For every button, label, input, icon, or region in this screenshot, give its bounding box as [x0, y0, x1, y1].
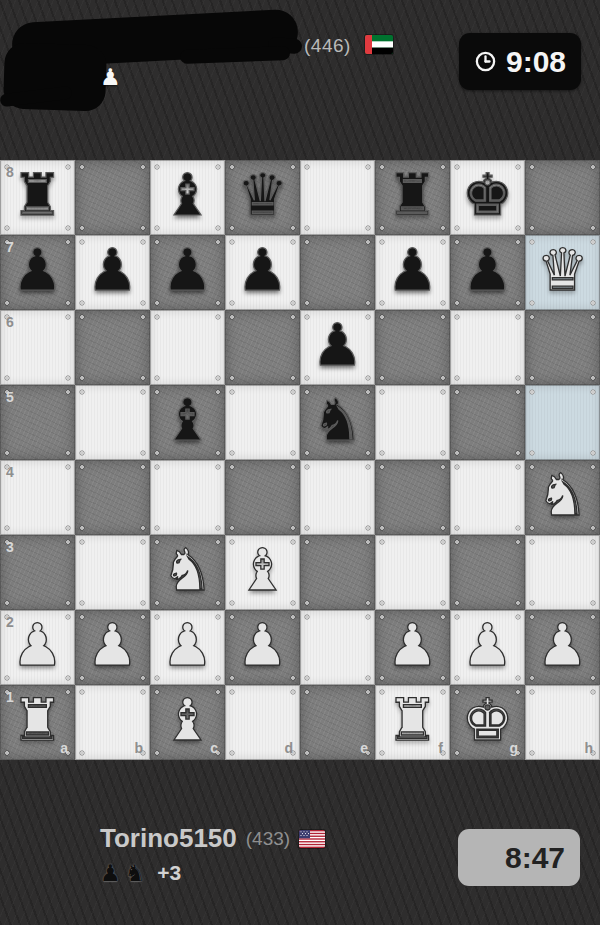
square-c1[interactable]: c♝	[150, 685, 225, 760]
material-advantage: +3	[157, 861, 181, 885]
square-e5[interactable]: ♞	[300, 385, 375, 460]
square-h1[interactable]: h	[525, 685, 600, 760]
top-player-rating: (446)	[304, 35, 351, 57]
piece-bp-g7[interactable]: ♟	[462, 241, 514, 299]
square-f8[interactable]: ♜	[375, 160, 450, 235]
clock-icon	[474, 50, 497, 73]
piece-wb-c1[interactable]: ♝	[162, 691, 214, 749]
square-c6[interactable]	[150, 310, 225, 385]
square-b4[interactable]	[75, 460, 150, 535]
square-b8[interactable]	[75, 160, 150, 235]
square-b5[interactable]	[75, 385, 150, 460]
square-d3[interactable]: ♝	[225, 535, 300, 610]
file-label-e: e	[360, 741, 368, 755]
piece-wb-d3[interactable]: ♝	[237, 541, 289, 599]
square-h8[interactable]	[525, 160, 600, 235]
piece-wk-g1[interactable]: ♚	[462, 691, 514, 749]
piece-bk-g8[interactable]: ♚	[462, 166, 514, 224]
piece-bb-c8[interactable]: ♝	[162, 166, 214, 224]
square-h5[interactable]	[525, 385, 600, 460]
bottom-player-clock[interactable]: 8:47	[458, 829, 580, 886]
square-e8[interactable]	[300, 160, 375, 235]
bottom-player-rating: (433)	[246, 828, 290, 850]
square-a3[interactable]: 3	[0, 535, 75, 610]
square-e1[interactable]: e	[300, 685, 375, 760]
rank-label-3: 3	[6, 540, 14, 554]
square-c7[interactable]: ♟	[150, 235, 225, 310]
piece-bp-e6[interactable]: ♟	[312, 316, 364, 374]
piece-bq-d8[interactable]: ♛	[237, 166, 289, 224]
captured-white-pawn-icon: ♟	[100, 64, 121, 90]
file-label-h: h	[584, 741, 593, 755]
square-g2[interactable]: ♟	[450, 610, 525, 685]
chess-board[interactable]: 8♜♝♛♜♚7♟♟♟♟♟♟♛6♟5♝♞4♞3♞♝2♟♟♟♟♟♟♟1a♜bc♝de…	[0, 160, 600, 760]
piece-br-f8[interactable]: ♜	[387, 166, 439, 224]
piece-wp-a2[interactable]: ♟	[12, 616, 64, 674]
square-c3[interactable]: ♞	[150, 535, 225, 610]
piece-wp-b2[interactable]: ♟	[87, 616, 139, 674]
piece-wr-f1[interactable]: ♜	[387, 691, 439, 749]
square-e7[interactable]	[300, 235, 375, 310]
square-d5[interactable]	[225, 385, 300, 460]
square-d4[interactable]	[225, 460, 300, 535]
piece-wq-h7[interactable]: ♛	[537, 241, 589, 299]
square-a5[interactable]: 5	[0, 385, 75, 460]
piece-wp-d2[interactable]: ♟	[237, 616, 289, 674]
piece-bb-c5[interactable]: ♝	[162, 391, 214, 449]
square-c4[interactable]	[150, 460, 225, 535]
us-flag-icon	[299, 830, 325, 848]
square-b1[interactable]: b	[75, 685, 150, 760]
top-player-bar: (446) ♟ 9:08	[0, 0, 600, 160]
square-g5[interactable]	[450, 385, 525, 460]
piece-wn-c3[interactable]: ♞	[162, 541, 214, 599]
square-f2[interactable]: ♟	[375, 610, 450, 685]
top-player-clock[interactable]: 9:08	[459, 33, 581, 90]
piece-bp-b7[interactable]: ♟	[87, 241, 139, 299]
square-b3[interactable]	[75, 535, 150, 610]
bottom-player-name[interactable]: Torino5150	[100, 823, 237, 854]
square-d6[interactable]	[225, 310, 300, 385]
square-a1[interactable]: 1a♜	[0, 685, 75, 760]
square-d7[interactable]: ♟	[225, 235, 300, 310]
captured-black-pawn-icon: ♟	[100, 860, 121, 886]
square-e6[interactable]: ♟	[300, 310, 375, 385]
top-clock-time: 9:08	[506, 45, 566, 79]
uae-flag-icon	[365, 35, 393, 54]
bottom-player-captured-row: ♟ ♞ +3	[100, 860, 181, 886]
piece-wp-h2[interactable]: ♟	[537, 616, 589, 674]
square-g6[interactable]	[450, 310, 525, 385]
square-d2[interactable]: ♟	[225, 610, 300, 685]
bottom-player-name-row: Torino5150 (433)	[100, 823, 325, 854]
square-f3[interactable]	[375, 535, 450, 610]
square-f1[interactable]: f♜	[375, 685, 450, 760]
piece-wp-f2[interactable]: ♟	[387, 616, 439, 674]
piece-wp-g2[interactable]: ♟	[462, 616, 514, 674]
bottom-player-bar: ♟ Torino5150 (433)	[0, 760, 600, 925]
square-g3[interactable]	[450, 535, 525, 610]
square-a7[interactable]: 7♟	[0, 235, 75, 310]
square-c5[interactable]: ♝	[150, 385, 225, 460]
square-d1[interactable]: d	[225, 685, 300, 760]
square-b2[interactable]: ♟	[75, 610, 150, 685]
rank-label-6: 6	[6, 315, 14, 329]
file-label-d: d	[284, 741, 293, 755]
square-e3[interactable]	[300, 535, 375, 610]
app-screen: (446) ♟ 9:08 8♜♝♛♜♚7♟♟♟♟♟♟♛6♟5♝♞4♞3♞♝2♟♟…	[0, 0, 600, 925]
square-f4[interactable]	[375, 460, 450, 535]
piece-bp-d7[interactable]: ♟	[237, 241, 289, 299]
square-g8[interactable]: ♚	[450, 160, 525, 235]
square-g1[interactable]: g♚	[450, 685, 525, 760]
square-a8[interactable]: 8♜	[0, 160, 75, 235]
square-h7[interactable]: ♛	[525, 235, 600, 310]
square-c8[interactable]: ♝	[150, 160, 225, 235]
piece-wr-a1[interactable]: ♜	[12, 691, 64, 749]
piece-bn-e5[interactable]: ♞	[312, 391, 364, 449]
square-a4[interactable]: 4	[0, 460, 75, 535]
piece-bp-f7[interactable]: ♟	[387, 241, 439, 299]
captured-black-knight-icon: ♞	[125, 860, 146, 886]
file-label-b: b	[134, 741, 143, 755]
square-f6[interactable]	[375, 310, 450, 385]
square-h6[interactable]	[525, 310, 600, 385]
bottom-clock-time: 8:47	[505, 841, 565, 875]
rank-label-5: 5	[6, 390, 14, 404]
square-a2[interactable]: 2♟	[0, 610, 75, 685]
square-e2[interactable]	[300, 610, 375, 685]
piece-bp-c7[interactable]: ♟	[162, 241, 214, 299]
square-h3[interactable]	[525, 535, 600, 610]
square-h2[interactable]: ♟	[525, 610, 600, 685]
piece-br-a8[interactable]: ♜	[12, 166, 64, 224]
square-b7[interactable]: ♟	[75, 235, 150, 310]
square-g4[interactable]	[450, 460, 525, 535]
piece-bp-a7[interactable]: ♟	[12, 241, 64, 299]
file-label-f: f	[438, 741, 443, 755]
square-c2[interactable]: ♟	[150, 610, 225, 685]
piece-wn-h4[interactable]: ♞	[537, 466, 589, 524]
square-a6[interactable]: 6	[0, 310, 75, 385]
piece-wp-c2[interactable]: ♟	[162, 616, 214, 674]
square-f5[interactable]	[375, 385, 450, 460]
square-e4[interactable]	[300, 460, 375, 535]
square-d8[interactable]: ♛	[225, 160, 300, 235]
square-f7[interactable]: ♟	[375, 235, 450, 310]
square-b6[interactable]	[75, 310, 150, 385]
square-h4[interactable]: ♞	[525, 460, 600, 535]
square-g7[interactable]: ♟	[450, 235, 525, 310]
rank-label-4: 4	[6, 465, 14, 479]
